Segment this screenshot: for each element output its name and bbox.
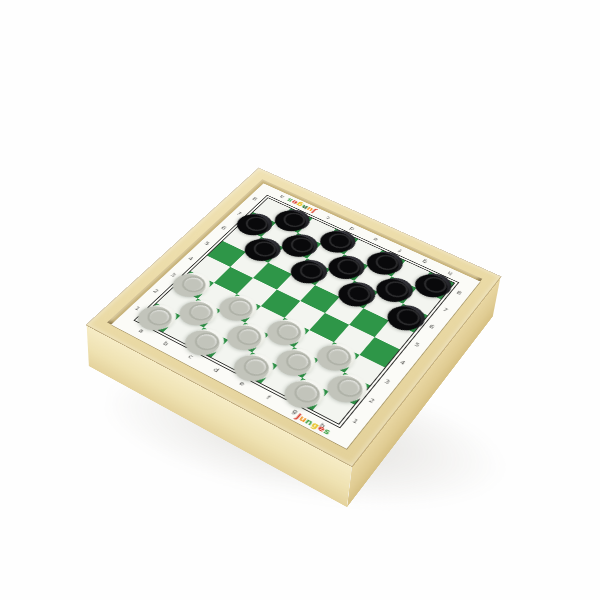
square-e3[interactable] (269, 317, 309, 346)
square-c3[interactable] (221, 294, 261, 322)
square-g2[interactable] (303, 359, 344, 390)
white-piece-b2[interactable] (177, 296, 224, 329)
square-h5[interactable] (374, 320, 414, 349)
white-piece-f2[interactable] (274, 344, 322, 380)
square-c2[interactable] (204, 310, 245, 339)
file-label-bottom-e: e (225, 372, 260, 395)
white-piece-a1[interactable] (136, 300, 183, 333)
square-f2[interactable] (277, 347, 318, 378)
square-a1[interactable] (139, 303, 180, 332)
product-photo: Junges Junges aabbccddeeffgghh1122334455… (0, 0, 600, 600)
square-f3[interactable] (294, 330, 335, 360)
white-piece-e1[interactable] (232, 349, 280, 385)
white-piece-e3[interactable] (266, 315, 313, 349)
square-h3[interactable] (344, 354, 385, 385)
square-f1[interactable] (261, 365, 303, 397)
scene: Junges Junges aabbccddeeffgghh1122334455… (0, 0, 600, 600)
square-g3[interactable] (319, 342, 360, 372)
brand-letter: s (322, 427, 333, 437)
square-b1[interactable] (163, 315, 204, 344)
file-label-bottom-b: b (149, 333, 183, 355)
square-c1[interactable] (187, 327, 228, 357)
white-piece-d2[interactable] (225, 319, 272, 353)
white-piece-g3[interactable] (315, 339, 362, 374)
square-d1[interactable] (211, 339, 253, 370)
square-b2[interactable] (180, 298, 220, 327)
square-g4[interactable] (334, 325, 374, 355)
square-d3[interactable] (245, 306, 285, 335)
white-piece-g1[interactable] (283, 375, 332, 412)
brand-letter: J (294, 412, 303, 421)
rank-label-right-1: 1 (340, 408, 370, 435)
brand-logo: Junges (294, 413, 332, 437)
square-f4[interactable] (309, 313, 349, 342)
file-label-bottom-c: c (174, 346, 208, 368)
square-e2[interactable] (252, 334, 293, 364)
file-label-bottom-g: g (277, 400, 312, 424)
box-top-rim: Junges Junges aabbccddeeffgghh1122334455… (87, 168, 501, 466)
white-piece-h2[interactable] (325, 369, 373, 406)
board-recess: Junges Junges aabbccddeeffgghh1122334455… (107, 179, 482, 448)
file-label-bottom-d: d (199, 359, 233, 381)
brand-letter: g (309, 420, 321, 430)
file-label-bottom-h: h (305, 414, 341, 438)
brand-letter: n (303, 417, 315, 427)
wooden-game-box: Junges Junges aabbccddeeffgghh1122334455… (87, 168, 501, 466)
square-e1[interactable] (236, 352, 278, 383)
rank-label-right-6: 6 (418, 316, 445, 339)
square-e4[interactable] (285, 301, 325, 330)
file-label-bottom-f: f (251, 386, 286, 409)
square-h1[interactable] (312, 391, 354, 424)
square-h2[interactable] (328, 372, 370, 404)
rank-label-right-5: 5 (403, 333, 430, 357)
square-d2[interactable] (228, 322, 269, 352)
square-g5[interactable] (349, 308, 388, 337)
rank-label-right-3: 3 (373, 370, 401, 396)
rank-label-right-4: 4 (388, 351, 416, 376)
square-h4[interactable] (359, 337, 399, 367)
rank-label-right-2: 2 (357, 389, 386, 415)
square-g1[interactable] (286, 378, 328, 410)
brand-letter: u (297, 414, 309, 424)
brand-letter: e (316, 424, 328, 434)
rank-label-left-1: 1 (122, 297, 152, 320)
white-piece-c1[interactable] (183, 324, 231, 359)
file-label-bottom-a: a (125, 320, 158, 341)
